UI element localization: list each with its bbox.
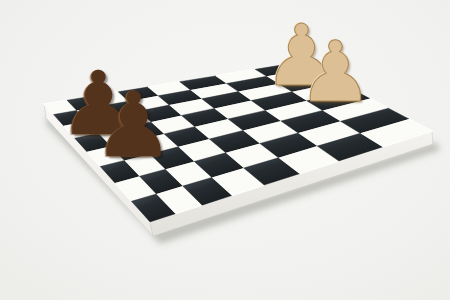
chess-board: [0, 0, 450, 300]
chessboard-product-photo: ♟♟♟♟: [0, 0, 450, 300]
piece-shadow-h6: [304, 91, 356, 107]
piece-shadow-h8: [270, 75, 322, 91]
piece-shadow-a3: [103, 146, 155, 162]
piece-shadow-a5: [68, 124, 120, 140]
